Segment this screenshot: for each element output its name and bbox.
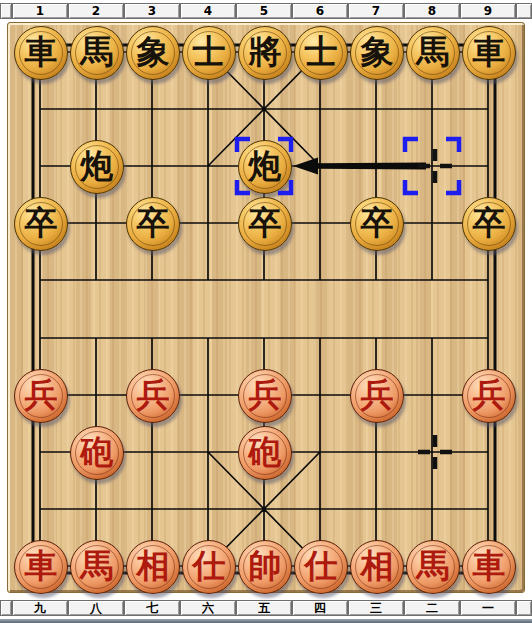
file-label-bottom-1[interactable]: 九 [12,600,68,616]
xiangqi-app-window: 123456789 車馬象士將士象馬車炮炮卒卒卒卒卒兵兵兵兵兵砲砲車馬相仕帥仕相… [0,0,532,623]
file-label-top-5[interactable]: 5 [236,3,292,19]
piece-glyph: 兵 [249,373,282,418]
piece-black-horse[interactable]: 馬 [406,26,460,80]
piece-red-soldier[interactable]: 兵 [462,369,516,423]
piece-glyph: 車 [473,544,506,589]
file-label-bottom-3[interactable]: 七 [124,600,180,616]
piece-glyph: 卒 [361,201,394,246]
window-bottom-edge [0,619,532,623]
coordinate-bar-spacer [0,3,12,19]
piece-glyph: 兵 [361,373,394,418]
piece-black-soldier[interactable]: 卒 [462,197,516,251]
file-label-top-4[interactable]: 4 [180,3,236,19]
piece-red-advisor[interactable]: 仕 [294,540,348,594]
piece-red-elephant[interactable]: 相 [350,540,404,594]
file-label-bottom-7[interactable]: 三 [348,600,404,616]
piece-glyph: 相 [361,544,394,589]
piece-glyph: 炮 [81,144,114,189]
piece-black-soldier[interactable]: 卒 [350,197,404,251]
piece-glyph: 車 [25,30,58,75]
piece-black-advisor[interactable]: 士 [294,26,348,80]
piece-red-soldier[interactable]: 兵 [126,369,180,423]
piece-glyph: 象 [361,30,394,75]
piece-glyph: 兵 [473,373,506,418]
piece-glyph: 卒 [25,201,58,246]
piece-glyph: 兵 [137,373,170,418]
piece-red-cannon[interactable]: 砲 [238,426,292,480]
piece-red-elephant[interactable]: 相 [126,540,180,594]
piece-red-chariot[interactable]: 車 [14,540,68,594]
piece-black-chariot[interactable]: 車 [462,26,516,80]
piece-black-chariot[interactable]: 車 [14,26,68,80]
piece-black-elephant[interactable]: 象 [350,26,404,80]
piece-black-cannon[interactable]: 炮 [238,140,292,194]
file-label-bottom-6[interactable]: 四 [292,600,348,616]
piece-glyph: 卒 [473,201,506,246]
piece-glyph: 馬 [417,544,450,589]
file-label-bottom-4[interactable]: 六 [180,600,236,616]
piece-glyph: 馬 [81,544,114,589]
file-label-top-7[interactable]: 7 [348,3,404,19]
piece-black-soldier[interactable]: 卒 [238,197,292,251]
piece-red-general[interactable]: 帥 [238,540,292,594]
piece-glyph: 士 [305,30,338,75]
file-label-top-6[interactable]: 6 [292,3,348,19]
piece-glyph: 馬 [81,30,114,75]
piece-glyph: 將 [249,30,282,75]
piece-red-soldier[interactable]: 兵 [350,369,404,423]
piece-glyph: 砲 [81,430,114,475]
piece-red-horse[interactable]: 馬 [70,540,124,594]
piece-glyph: 兵 [25,373,58,418]
piece-red-cannon[interactable]: 砲 [70,426,124,480]
file-label-bottom-9[interactable]: 一 [460,600,516,616]
coordinate-bar-spacer [0,600,12,616]
file-label-top-8[interactable]: 8 [404,3,460,19]
xiangqi-board[interactable] [7,22,525,593]
piece-black-general[interactable]: 將 [238,26,292,80]
piece-glyph: 炮 [249,144,282,189]
piece-glyph: 相 [137,544,170,589]
file-label-bottom-8[interactable]: 二 [404,600,460,616]
piece-glyph: 車 [25,544,58,589]
piece-red-advisor[interactable]: 仕 [182,540,236,594]
piece-red-horse[interactable]: 馬 [406,540,460,594]
coordinate-bar-spacer [516,600,532,616]
piece-red-soldier[interactable]: 兵 [14,369,68,423]
piece-glyph: 仕 [193,544,226,589]
piece-black-cannon[interactable]: 炮 [70,140,124,194]
file-label-top-3[interactable]: 3 [124,3,180,19]
file-label-bottom-5[interactable]: 五 [236,600,292,616]
piece-glyph: 象 [137,30,170,75]
piece-glyph: 卒 [137,201,170,246]
file-label-top-1[interactable]: 1 [12,3,68,19]
piece-glyph: 仕 [305,544,338,589]
piece-red-chariot[interactable]: 車 [462,540,516,594]
piece-black-soldier[interactable]: 卒 [14,197,68,251]
piece-glyph: 馬 [417,30,450,75]
piece-glyph: 帥 [249,544,282,589]
piece-black-soldier[interactable]: 卒 [126,197,180,251]
coordinate-bar-spacer [516,3,532,19]
piece-black-advisor[interactable]: 士 [182,26,236,80]
piece-glyph: 車 [473,30,506,75]
piece-black-horse[interactable]: 馬 [70,26,124,80]
file-label-bottom-2[interactable]: 八 [68,600,124,616]
piece-black-elephant[interactable]: 象 [126,26,180,80]
piece-glyph: 砲 [249,430,282,475]
piece-glyph: 卒 [249,201,282,246]
file-label-top-2[interactable]: 2 [68,3,124,19]
piece-glyph: 士 [193,30,226,75]
piece-red-soldier[interactable]: 兵 [238,369,292,423]
file-label-top-9[interactable]: 9 [460,3,516,19]
